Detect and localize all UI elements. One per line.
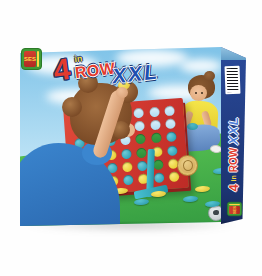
box-front: 4 in ROW XXL	[20, 47, 221, 227]
blue-disc	[121, 148, 132, 159]
empty-hole	[136, 134, 147, 145]
yellow-disc	[169, 172, 180, 183]
yellow-disc	[122, 162, 133, 173]
board-cell	[162, 103, 178, 117]
empty-hole	[134, 107, 145, 118]
empty-hole	[135, 121, 146, 132]
side-title: 4 in ROW XXL	[222, 104, 244, 204]
board-cell	[133, 132, 149, 146]
ses-logo-text: SES	[24, 51, 36, 67]
board-cell	[163, 117, 179, 131]
empty-hole	[153, 159, 164, 170]
side-title-xxl: XXL	[226, 116, 241, 144]
board-cell	[120, 173, 136, 187]
empty-hole	[137, 147, 148, 158]
girl-player-eye	[195, 92, 197, 94]
side-title-number: 4	[226, 184, 241, 191]
blue-disc	[167, 145, 178, 156]
side-title-row: ROW	[228, 148, 239, 172]
cloud	[180, 59, 222, 73]
board-cell	[131, 105, 147, 119]
board-cell	[164, 143, 180, 157]
board-cell	[119, 160, 135, 174]
girl-player-face	[190, 85, 207, 101]
board-cell	[146, 104, 162, 118]
board-cell	[118, 146, 134, 160]
board-cell	[164, 130, 180, 144]
empty-hole	[149, 106, 160, 117]
xxl-label: XXL	[111, 61, 160, 87]
empty-hole	[151, 133, 162, 144]
board-cell	[147, 118, 163, 132]
boy-player-hair	[62, 97, 82, 117]
empty-hole	[165, 105, 176, 116]
barcode-lines	[227, 68, 239, 92]
blue-disc	[123, 175, 134, 186]
blue-disc	[166, 132, 177, 143]
girl-player-eye	[201, 92, 203, 94]
product-box-photo: 4 in ROW XXL SES 4 in ROW XXL SES	[0, 0, 262, 276]
ses-logo-strip	[229, 204, 240, 205]
empty-hole	[150, 120, 161, 131]
girl-held-disc	[187, 123, 198, 130]
goose-icon	[213, 210, 219, 215]
board-cell	[148, 131, 164, 145]
blue-disc	[154, 173, 165, 184]
wooden-coin-badge	[177, 155, 198, 176]
side-title-in: in	[230, 175, 237, 181]
ses-logo-text: SES	[229, 206, 240, 214]
wooden-coin-emblem	[183, 160, 193, 171]
ses-logo: SES	[21, 48, 42, 70]
box-side-panel: 4 in ROW XXL SES	[221, 47, 246, 227]
ses-logo-strip	[37, 51, 39, 67]
ses-logo-side: SES	[227, 202, 242, 216]
barcode-icon	[225, 66, 241, 95]
title-number: 4	[52, 54, 72, 86]
empty-hole	[165, 118, 176, 129]
girl-player-hair-bun	[204, 71, 215, 81]
side-top-edge	[221, 47, 246, 60]
